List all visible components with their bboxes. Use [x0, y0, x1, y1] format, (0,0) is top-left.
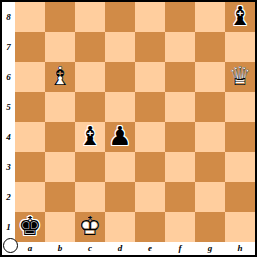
square-g5[interactable] — [195, 92, 225, 122]
rank-label-6: 6 — [2, 62, 15, 92]
piece-glyph: ♚ — [15, 212, 45, 242]
square-e7[interactable] — [135, 32, 165, 62]
square-a2[interactable] — [15, 182, 45, 212]
square-e8[interactable] — [135, 2, 165, 32]
square-b4[interactable] — [45, 122, 75, 152]
square-a6[interactable] — [15, 62, 45, 92]
square-g6[interactable] — [195, 62, 225, 92]
rank-label-2: 2 — [2, 182, 15, 212]
square-c5[interactable] — [75, 92, 105, 122]
chess-board: 8♝76♝♗♛♕54♝♟321♚♚♔abcdefgh — [2, 2, 255, 255]
square-c4[interactable]: ♝ — [75, 122, 105, 152]
black-pawn[interactable]: ♟ — [105, 122, 135, 152]
file-label-text: b — [58, 244, 63, 253]
square-f5[interactable] — [165, 92, 195, 122]
file-label-text: e — [148, 244, 152, 253]
rank-label-text: 3 — [6, 163, 11, 172]
chess-diagram: 8♝76♝♗♛♕54♝♟321♚♚♔abcdefgh — [0, 0, 257, 257]
rank-label-text: 6 — [6, 73, 11, 82]
piece-outline-glyph: ♕ — [225, 62, 255, 92]
square-d2[interactable] — [105, 182, 135, 212]
square-b2[interactable] — [45, 182, 75, 212]
square-a8[interactable] — [15, 2, 45, 32]
square-h4[interactable] — [225, 122, 255, 152]
square-c7[interactable] — [75, 32, 105, 62]
file-label-text: a — [28, 244, 33, 253]
square-g7[interactable] — [195, 32, 225, 62]
rank-label-text: 7 — [6, 43, 11, 52]
square-h8[interactable]: ♝ — [225, 2, 255, 32]
square-d3[interactable] — [105, 152, 135, 182]
rank-label-3: 3 — [2, 152, 15, 182]
square-a4[interactable] — [15, 122, 45, 152]
square-d5[interactable] — [105, 92, 135, 122]
square-c3[interactable] — [75, 152, 105, 182]
square-d7[interactable] — [105, 32, 135, 62]
square-f8[interactable] — [165, 2, 195, 32]
square-e5[interactable] — [135, 92, 165, 122]
square-c8[interactable] — [75, 2, 105, 32]
square-a7[interactable] — [15, 32, 45, 62]
black-bishop[interactable]: ♝ — [75, 122, 105, 152]
square-f3[interactable] — [165, 152, 195, 182]
rank-label-text: 8 — [6, 13, 11, 22]
square-c6[interactable] — [75, 62, 105, 92]
square-c1[interactable]: ♚♔ — [75, 212, 105, 242]
square-a5[interactable] — [15, 92, 45, 122]
rank-label-5: 5 — [2, 92, 15, 122]
square-d6[interactable] — [105, 62, 135, 92]
file-label-a: a — [15, 242, 45, 255]
square-e6[interactable] — [135, 62, 165, 92]
square-h1[interactable] — [225, 212, 255, 242]
piece-outline-glyph: ♔ — [75, 212, 105, 242]
rank-label-text: 2 — [6, 193, 11, 202]
square-h7[interactable] — [225, 32, 255, 62]
file-label-f: f — [165, 242, 195, 255]
square-g8[interactable] — [195, 2, 225, 32]
square-b5[interactable] — [45, 92, 75, 122]
square-f1[interactable] — [165, 212, 195, 242]
square-h5[interactable] — [225, 92, 255, 122]
file-label-c: c — [75, 242, 105, 255]
white-king[interactable]: ♚♔ — [75, 212, 105, 242]
square-g2[interactable] — [195, 182, 225, 212]
square-g4[interactable] — [195, 122, 225, 152]
black-bishop[interactable]: ♝ — [225, 2, 255, 32]
square-h3[interactable] — [225, 152, 255, 182]
piece-glyph: ♝ — [225, 2, 255, 32]
square-b8[interactable] — [45, 2, 75, 32]
file-label-e: e — [135, 242, 165, 255]
file-label-h: h — [225, 242, 255, 255]
square-b1[interactable] — [45, 212, 75, 242]
square-h6[interactable]: ♛♕ — [225, 62, 255, 92]
file-label-text: d — [118, 244, 123, 253]
square-g1[interactable] — [195, 212, 225, 242]
rank-label-4: 4 — [2, 122, 15, 152]
rank-label-text: 5 — [6, 103, 11, 112]
black-king[interactable]: ♚ — [15, 212, 45, 242]
white-queen[interactable]: ♛♕ — [225, 62, 255, 92]
file-label-text: h — [237, 244, 242, 253]
square-e4[interactable] — [135, 122, 165, 152]
side-to-move-indicator — [3, 238, 18, 253]
square-d1[interactable] — [105, 212, 135, 242]
square-a3[interactable] — [15, 152, 45, 182]
square-d4[interactable]: ♟ — [105, 122, 135, 152]
square-e1[interactable] — [135, 212, 165, 242]
square-g3[interactable] — [195, 152, 225, 182]
rank-label-7: 7 — [2, 32, 15, 62]
square-f6[interactable] — [165, 62, 195, 92]
piece-glyph: ♟ — [105, 122, 135, 152]
square-c2[interactable] — [75, 182, 105, 212]
piece-glyph: ♝ — [75, 122, 105, 152]
file-label-d: d — [105, 242, 135, 255]
square-b3[interactable] — [45, 152, 75, 182]
square-b6[interactable]: ♝♗ — [45, 62, 75, 92]
square-b7[interactable] — [45, 32, 75, 62]
file-label-text: f — [179, 244, 182, 253]
square-a1[interactable]: ♚ — [15, 212, 45, 242]
square-f7[interactable] — [165, 32, 195, 62]
file-label-text: g — [208, 244, 213, 253]
square-f2[interactable] — [165, 182, 195, 212]
piece-outline-glyph: ♗ — [45, 62, 75, 92]
white-bishop[interactable]: ♝♗ — [45, 62, 75, 92]
rank-label-text: 4 — [6, 133, 11, 142]
rank-label-8: 8 — [2, 2, 15, 32]
square-h2[interactable] — [225, 182, 255, 212]
square-f4[interactable] — [165, 122, 195, 152]
rank-label-text: 1 — [6, 223, 11, 232]
file-label-text: c — [88, 244, 92, 253]
file-label-b: b — [45, 242, 75, 255]
square-d8[interactable] — [105, 2, 135, 32]
square-e2[interactable] — [135, 182, 165, 212]
square-e3[interactable] — [135, 152, 165, 182]
file-label-g: g — [195, 242, 225, 255]
